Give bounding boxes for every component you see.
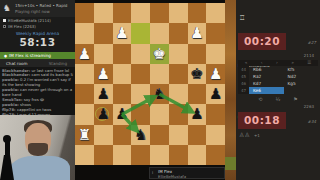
- move-black[interactable]: Kg5: [284, 80, 319, 87]
- rewind-icon[interactable]: ⟲: [258, 96, 262, 102]
- streamer-shirt: [8, 156, 70, 180]
- board-square[interactable]: [94, 3, 113, 23]
- board-square[interactable]: [169, 3, 188, 23]
- player-bottom-row[interactable]: ▶ IM Flex 2263: [238, 103, 318, 110]
- player-list: EllieBeMustafa (2114) IM Flex (2263): [0, 17, 75, 29]
- board-square[interactable]: [206, 44, 225, 64]
- board-square[interactable]: [206, 23, 225, 43]
- move-list[interactable]: 44Rb6Kf545Ra2Nd246Kd7Kg547Ke6: [238, 66, 318, 94]
- board-square[interactable]: [113, 84, 132, 104]
- black-knight: ♞: [150, 84, 169, 104]
- board-square[interactable]: [113, 64, 132, 84]
- chat-message-list[interactable]: Blackhander: ur last cam froze lolBlackh…: [0, 67, 75, 115]
- caption-line2: EllieBeMustafa: [158, 174, 222, 179]
- board-square[interactable]: [169, 44, 188, 64]
- move-black[interactable]: [284, 87, 319, 94]
- board-area: ♟♟♟♚♟♚♟♟♞♟♟♟♟♜♞ i IM Flex EllieBeMustafa: [75, 0, 225, 180]
- knight-icon: ♞: [3, 3, 11, 13]
- move-white[interactable]: Rb6: [249, 66, 284, 73]
- chat-username[interactable]: pewkie:: [2, 77, 20, 82]
- black-knight: ♞: [131, 125, 150, 145]
- board-square[interactable]: [188, 125, 207, 145]
- board-square[interactable]: [75, 3, 94, 23]
- board-square[interactable]: [75, 23, 94, 43]
- player-top-row[interactable]: EllieBeMustafa 2114: [238, 52, 318, 59]
- board-square[interactable]: ♟: [206, 84, 225, 104]
- board-square[interactable]: [169, 84, 188, 104]
- white-pawn: ♟: [75, 44, 94, 64]
- board-square[interactable]: ♟: [94, 64, 113, 84]
- spectator-actions[interactable]: ⟲½⚑: [238, 96, 318, 102]
- board-square[interactable]: [169, 104, 188, 124]
- board-square[interactable]: ♚: [188, 64, 207, 84]
- highlight-circle: [95, 107, 109, 121]
- tournament-rank-white: #34: [308, 119, 316, 124]
- game-meta: 15m+10s • Rated • Rapid: [15, 3, 67, 8]
- chat-tabs: Chat room Standing: [0, 59, 75, 67]
- board-square[interactable]: [150, 64, 169, 84]
- black-pawn: ♟: [113, 104, 132, 124]
- draw-half-icon[interactable]: ½: [275, 96, 280, 102]
- board-bottom-bar: i IM Flex EllieBeMustafa: [75, 165, 225, 180]
- board-square[interactable]: [169, 64, 188, 84]
- board-square[interactable]: ♜: [75, 125, 94, 145]
- material-score: +1: [254, 133, 260, 138]
- move-number: 46: [238, 80, 249, 87]
- move-black[interactable]: Kf5: [284, 66, 319, 73]
- info-icon: i: [152, 170, 153, 175]
- wood-backdrop-green: [225, 157, 236, 170]
- move-black[interactable]: Nd2: [284, 73, 319, 80]
- board-square[interactable]: ♟: [75, 44, 94, 64]
- board-square[interactable]: [75, 104, 94, 124]
- board-square[interactable]: [113, 44, 132, 64]
- board-square[interactable]: [188, 145, 207, 165]
- board-square[interactable]: [113, 145, 132, 165]
- board-square[interactable]: [75, 64, 94, 84]
- board-square[interactable]: [94, 145, 113, 165]
- board-square[interactable]: [94, 125, 113, 145]
- player-bottom-rating: 2263: [304, 104, 314, 109]
- board-square[interactable]: [131, 44, 150, 64]
- streamer-beard: [28, 143, 48, 156]
- game-info-header: ♞ 15m+10s • Rated • Rapid Playing right …: [0, 0, 75, 17]
- flag-icon[interactable]: ⚑: [293, 96, 297, 102]
- move-row: 46Kd7Kg5: [238, 80, 318, 87]
- captured-pieces-bottom: ♟♟: [239, 131, 250, 138]
- move-white[interactable]: Kd7: [249, 80, 284, 87]
- wood-backdrop: [225, 0, 236, 180]
- tournament-rank-black: #27: [308, 40, 316, 45]
- clock-black: 00:20: [238, 33, 286, 50]
- black-pawn: ♟: [206, 84, 225, 104]
- player-top-rating: 2114: [304, 53, 314, 58]
- board-square[interactable]: [94, 44, 113, 64]
- move-number: 44: [238, 66, 249, 73]
- board-square[interactable]: [150, 104, 169, 124]
- board-square[interactable]: ♟: [94, 84, 113, 104]
- white-king: ♚: [150, 44, 169, 64]
- move-number: 45: [238, 73, 249, 80]
- white-color-icon: [3, 19, 6, 22]
- stream-screenshot: ♞ 15m+10s • Rated • Rapid Playing right …: [0, 0, 320, 180]
- game-status: Playing right now: [15, 9, 50, 14]
- tournament-clock: 58:13: [0, 36, 75, 49]
- white-pawn: ♟: [113, 23, 132, 43]
- board-square[interactable]: [206, 3, 225, 23]
- board-square[interactable]: [206, 145, 225, 165]
- streaming-dot-icon: ●: [4, 54, 7, 58]
- move-row: 45Ra2Nd2: [238, 73, 318, 80]
- move-row: 44Rb6Kf5: [238, 66, 318, 73]
- board-square[interactable]: [150, 3, 169, 23]
- board-square[interactable]: [75, 84, 94, 104]
- stream-caption-box: i IM Flex EllieBeMustafa: [149, 167, 225, 179]
- game-side-panel: ♖ 00:20 #27 EllieBeMustafa 2114 «‹›»☰ 44…: [225, 0, 320, 180]
- board-square[interactable]: [131, 64, 150, 84]
- board-square[interactable]: [150, 125, 169, 145]
- board-square[interactable]: [113, 125, 132, 145]
- chess-board: ♟♟♟♚♟♚♟♟♞♟♟♟♟♜♞: [75, 3, 225, 165]
- tab-standing[interactable]: Standing: [49, 61, 67, 66]
- tab-chat-room[interactable]: Chat room: [6, 61, 27, 66]
- board-square[interactable]: ♟: [94, 104, 113, 124]
- board-square[interactable]: [75, 145, 94, 165]
- board-square[interactable]: ♞: [150, 84, 169, 104]
- captured-pieces-top: ♖: [239, 14, 245, 22]
- board-square[interactable]: [188, 3, 207, 23]
- board-square[interactable]: [150, 145, 169, 165]
- board-square[interactable]: [150, 23, 169, 43]
- black-king: ♚: [188, 64, 207, 84]
- board-square[interactable]: [188, 44, 207, 64]
- chess-piece-silhouette: [0, 135, 15, 180]
- chat-username[interactable]: pewkie:: [2, 87, 20, 92]
- left-sidebar: ♞ 15m+10s • Rated • Rapid Playing right …: [0, 0, 75, 180]
- move-number: 47: [238, 87, 249, 94]
- board-square[interactable]: [188, 84, 207, 104]
- board-square[interactable]: [94, 23, 113, 43]
- board-square[interactable]: [169, 125, 188, 145]
- board-square[interactable]: [131, 145, 150, 165]
- board-square[interactable]: ♟: [188, 104, 207, 124]
- black-color-icon: [3, 25, 6, 28]
- board-square[interactable]: [169, 145, 188, 165]
- board-square[interactable]: ♚: [150, 44, 169, 64]
- board-square[interactable]: ♟: [188, 23, 207, 43]
- move-white[interactable]: Ke6: [249, 87, 284, 94]
- black-pawn: ♟: [94, 84, 113, 104]
- board-square[interactable]: [131, 3, 150, 23]
- white-pawn: ♟: [94, 64, 113, 84]
- board-square[interactable]: [131, 84, 150, 104]
- board-square[interactable]: [131, 104, 150, 124]
- clock-white: 00:18: [238, 112, 286, 129]
- board-square[interactable]: [113, 3, 132, 23]
- white-rook: ♜: [75, 125, 94, 145]
- move-white[interactable]: Ra2: [249, 73, 284, 80]
- board-square[interactable]: [206, 125, 225, 145]
- board-square[interactable]: ♟: [206, 64, 225, 84]
- board-square[interactable]: [131, 23, 150, 43]
- white-pawn: ♟: [206, 64, 225, 84]
- tournament-block: Weekly Rapid Arena 58:13: [0, 29, 75, 52]
- board-square[interactable]: ♞: [131, 125, 150, 145]
- board-square[interactable]: ♟: [113, 23, 132, 43]
- move-row: 47Ke6: [238, 87, 318, 94]
- board-square[interactable]: [206, 104, 225, 124]
- board-square[interactable]: ♟: [113, 104, 132, 124]
- black-pawn: ♟: [188, 104, 207, 124]
- board-square[interactable]: [169, 23, 188, 43]
- white-pawn: ♟: [188, 23, 207, 43]
- webcam-view: [0, 115, 75, 180]
- streaming-banner[interactable]: ●IM Flex is streaming: [0, 52, 75, 59]
